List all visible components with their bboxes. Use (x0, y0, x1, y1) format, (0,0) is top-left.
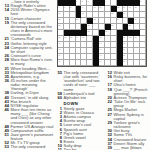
clue-number: 28 (2, 58, 11, 62)
clue-text: ___ max (blows out) (114, 146, 150, 150)
cell-number: 4 (105, 0, 106, 2)
clue-item: 39___ max (blows out) (105, 146, 149, 150)
cell-number: 49 (58, 60, 60, 62)
cell-number: 17 (82, 12, 84, 14)
clue-number: 60 (55, 96, 64, 100)
cell-number: 23 (117, 18, 119, 20)
cell-number: 40 (58, 42, 60, 44)
across-down-clues-column: 55The only crossword clue with 'sauntere… (55, 71, 103, 150)
cell-number: 16 (58, 12, 60, 14)
clue-item: 53The only crossword (2, 145, 54, 149)
clue-number: 53 (2, 145, 11, 149)
cell-number: 1 (76, 0, 77, 2)
cell-number: 29 (88, 30, 90, 32)
cell-number: 39 (134, 36, 136, 38)
cell-number: 8 (70, 6, 71, 8)
clue-number: 36 (2, 79, 11, 83)
clue-text: The only crossword clue with 'saunterer,… (64, 71, 104, 92)
cell-number: 26 (88, 24, 90, 26)
cell-number: 30 (105, 30, 107, 32)
cell-number: 5 (140, 0, 141, 2)
cell-number: 18 (111, 12, 113, 14)
cell-number: 45 (123, 48, 125, 50)
clue-text: The only crossword (11, 145, 55, 149)
clue-number: 24 (2, 46, 11, 50)
crossword-grid[interactable]: 1234567891011121314151617181920212223242… (57, 0, 147, 67)
grid-cell[interactable] (140, 60, 146, 66)
clue-number: 11 (55, 148, 64, 150)
cell-number: 46 (58, 54, 60, 56)
cell-number: 38 (129, 36, 131, 38)
clue-number: 19 (2, 21, 11, 25)
clue-number: 46 (2, 108, 11, 112)
clue-number: 29 (105, 121, 114, 125)
clue-number: 51 (2, 133, 11, 137)
cell-number: 36 (99, 36, 101, 38)
cell-number: 33 (70, 36, 72, 38)
cell-number: 47 (99, 54, 101, 56)
cell-number: 15 (134, 6, 136, 8)
cell-number: 19 (123, 12, 125, 14)
clue-text: Alphabet trio (64, 96, 104, 100)
cell-number: 31 (58, 36, 60, 38)
cell-number: 48 (123, 54, 125, 56)
down-clues-column: 12Wide exit16Risky business, for short17… (105, 71, 149, 150)
cell-number: 10 (93, 6, 95, 8)
clue-item: 60Alphabet trio (55, 96, 103, 100)
cell-number: 21 (76, 18, 78, 20)
cell-number: 11 (99, 6, 101, 8)
clue-number: 16 (105, 75, 114, 79)
cell-number: 13 (123, 6, 125, 8)
cell-number: 22 (93, 18, 95, 20)
cell-number: 12 (117, 6, 119, 8)
clue-item: 19The only crossword dictionary based on… (2, 21, 54, 38)
clue-number: 39 (105, 146, 114, 150)
cell-number: 37 (123, 36, 125, 38)
cell-number: 9 (82, 6, 83, 8)
clue-text: Tiny bit (64, 148, 104, 150)
cell-number: 27 (111, 24, 113, 26)
clue-item: 46More than ten times as many ___ (like … (2, 108, 54, 125)
clue-text: More than ten times as many ___ (like Ch… (11, 108, 55, 125)
across-clues-column: …lose it entirely13Rough Rider's attire1… (2, 0, 54, 150)
cell-number: 42 (123, 42, 125, 44)
clue-number: 27 (105, 113, 114, 117)
cell-number: 3 (88, 0, 89, 2)
cell-number: 6 (58, 6, 59, 8)
cell-number: 32 (64, 36, 66, 38)
cell-number: 51 (123, 60, 125, 62)
clue-number: 14 (2, 8, 11, 12)
cell-number: 28 (129, 24, 131, 26)
cell-number: 34 (76, 36, 78, 38)
cell-number: 14 (129, 6, 131, 8)
cell-number: 20 (58, 18, 60, 20)
cell-number: 25 (58, 24, 60, 26)
clue-number: 55 (55, 71, 64, 75)
cell-number: 43 (58, 48, 60, 50)
cell-number: 7 (64, 6, 65, 8)
clue-number: 22 (105, 100, 114, 104)
cell-number: 44 (99, 48, 101, 50)
clue-item: 11Tiny bit (55, 148, 103, 150)
cell-number: 35 (82, 36, 84, 38)
cell-number: 24 (134, 18, 136, 20)
clue-number: 18 (105, 88, 114, 92)
clue-item: 55The only crossword clue with 'sauntere… (55, 71, 103, 92)
cell-number: 50 (99, 60, 101, 62)
cell-number: 41 (99, 42, 101, 44)
cell-number: 2 (82, 0, 83, 2)
clue-text: The only crossword dictionary based on t… (11, 21, 55, 38)
